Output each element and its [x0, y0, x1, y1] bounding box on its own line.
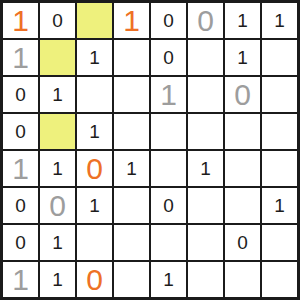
cell-r7c1[interactable]: 0: [3, 225, 38, 260]
cell-r5c2[interactable]: 1: [40, 151, 75, 186]
cell-r6c7[interactable]: [225, 188, 260, 223]
cell-r3c5[interactable]: 1: [151, 77, 186, 112]
cell-r2c7[interactable]: 1: [225, 40, 260, 75]
cell-r1c1[interactable]: 1: [3, 3, 38, 38]
puzzle-area: 1010011110101100111011001010101101: [0, 0, 300, 300]
cell-r7c5[interactable]: [151, 225, 186, 260]
cell-r3c8[interactable]: [262, 77, 297, 112]
cell-r4c3[interactable]: 1: [77, 114, 112, 149]
cell-r2c2[interactable]: [40, 40, 75, 75]
cell-r7c8[interactable]: [262, 225, 297, 260]
cell-r8c6[interactable]: [188, 262, 223, 297]
cell-r3c3[interactable]: [77, 77, 112, 112]
cell-r4c2[interactable]: [40, 114, 75, 149]
cell-r8c5[interactable]: 1: [151, 262, 186, 297]
cell-r1c4[interactable]: 1: [114, 3, 149, 38]
cell-r6c4[interactable]: [114, 188, 149, 223]
cell-r1c7[interactable]: 1: [225, 3, 260, 38]
cell-r3c2[interactable]: 1: [40, 77, 75, 112]
cell-r4c5[interactable]: [151, 114, 186, 149]
cell-r3c7[interactable]: 0: [225, 77, 260, 112]
cell-r2c6[interactable]: [188, 40, 223, 75]
cell-r1c8[interactable]: 1: [262, 3, 297, 38]
cell-r4c8[interactable]: [262, 114, 297, 149]
cell-r6c6[interactable]: [188, 188, 223, 223]
cell-r7c2[interactable]: 1: [40, 225, 75, 260]
cell-r1c5[interactable]: 0: [151, 3, 186, 38]
cell-r8c7[interactable]: [225, 262, 260, 297]
cell-r6c1[interactable]: 0: [3, 188, 38, 223]
cell-r8c2[interactable]: 1: [40, 262, 75, 297]
cell-r4c6[interactable]: [188, 114, 223, 149]
cell-r6c2[interactable]: 0: [40, 188, 75, 223]
cell-r5c8[interactable]: [262, 151, 297, 186]
cell-r1c3[interactable]: [77, 3, 112, 38]
cell-r4c7[interactable]: [225, 114, 260, 149]
cell-r7c4[interactable]: [114, 225, 149, 260]
cell-r8c3[interactable]: 0: [77, 262, 112, 297]
cell-r2c8[interactable]: [262, 40, 297, 75]
cell-r1c2[interactable]: 0: [40, 3, 75, 38]
cell-r2c5[interactable]: 0: [151, 40, 186, 75]
cell-r6c5[interactable]: 0: [151, 188, 186, 223]
cell-r7c7[interactable]: 0: [225, 225, 260, 260]
cell-r5c3[interactable]: 0: [77, 151, 112, 186]
cell-r2c1[interactable]: 1: [3, 40, 38, 75]
cell-r7c3[interactable]: [77, 225, 112, 260]
cell-r8c4[interactable]: [114, 262, 149, 297]
cell-r7c6[interactable]: [188, 225, 223, 260]
cell-r3c4[interactable]: [114, 77, 149, 112]
cell-r8c1[interactable]: 1: [3, 262, 38, 297]
cell-r5c4[interactable]: 1: [114, 151, 149, 186]
cell-r5c1[interactable]: 1: [3, 151, 38, 186]
cell-r8c8[interactable]: [262, 262, 297, 297]
cell-r5c5[interactable]: [151, 151, 186, 186]
cell-r3c6[interactable]: [188, 77, 223, 112]
cell-r1c6[interactable]: 0: [188, 3, 223, 38]
cell-r3c1[interactable]: 0: [3, 77, 38, 112]
cell-r2c4[interactable]: [114, 40, 149, 75]
cell-r5c7[interactable]: [225, 151, 260, 186]
puzzle-board: 1010011110101100111011001010101101: [0, 0, 300, 300]
cell-r5c6[interactable]: 1: [188, 151, 223, 186]
cell-r4c4[interactable]: [114, 114, 149, 149]
cell-r4c1[interactable]: 0: [3, 114, 38, 149]
cell-r6c3[interactable]: 1: [77, 188, 112, 223]
cell-r2c3[interactable]: 1: [77, 40, 112, 75]
cell-r6c8[interactable]: 1: [262, 188, 297, 223]
